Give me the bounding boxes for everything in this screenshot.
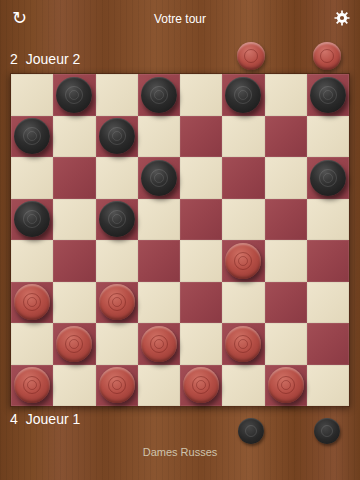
red-piece[interactable] <box>225 326 261 362</box>
red-piece[interactable] <box>14 367 50 403</box>
board <box>10 73 350 407</box>
square-r7c3 <box>96 323 138 365</box>
square-r3c5 <box>180 157 222 199</box>
square-r1c1 <box>11 74 53 116</box>
gear-icon-glyph <box>334 10 350 26</box>
square-r6c1[interactable] <box>11 282 53 324</box>
black-piece[interactable] <box>56 77 92 113</box>
red-piece[interactable] <box>225 243 261 279</box>
turn-status: Votre tour <box>0 12 360 26</box>
player1-name: Joueur 1 <box>26 411 80 427</box>
square-r7c2[interactable] <box>53 323 95 365</box>
black-piece[interactable] <box>310 77 346 113</box>
gear-icon[interactable] <box>334 10 350 26</box>
player2-name: Joueur 2 <box>26 51 80 67</box>
variant-label: Dames Russes <box>0 446 360 458</box>
square-r5c3 <box>96 240 138 282</box>
red-piece[interactable] <box>141 326 177 362</box>
square-r6c4 <box>138 282 180 324</box>
square-r7c4[interactable] <box>138 323 180 365</box>
player2-label: 2Joueur 2 <box>10 51 80 67</box>
red-piece[interactable] <box>99 284 135 320</box>
captured-black-piece <box>238 418 264 444</box>
black-piece[interactable] <box>225 77 261 113</box>
square-r5c5 <box>180 240 222 282</box>
square-r2c8 <box>307 116 349 158</box>
square-r4c2 <box>53 199 95 241</box>
square-r8c3[interactable] <box>96 365 138 407</box>
square-r4c5[interactable] <box>180 199 222 241</box>
square-r3c3 <box>96 157 138 199</box>
square-r5c2[interactable] <box>53 240 95 282</box>
red-piece[interactable] <box>268 367 304 403</box>
captured-black-tray <box>238 418 340 444</box>
square-r1c3 <box>96 74 138 116</box>
square-r4c8 <box>307 199 349 241</box>
square-r3c8[interactable] <box>307 157 349 199</box>
square-r2c2 <box>53 116 95 158</box>
square-r1c8[interactable] <box>307 74 349 116</box>
square-r8c1[interactable] <box>11 365 53 407</box>
square-r3c7 <box>265 157 307 199</box>
square-r1c2[interactable] <box>53 74 95 116</box>
square-r7c7 <box>265 323 307 365</box>
player1-score: 4 <box>10 411 18 427</box>
square-r4c1[interactable] <box>11 199 53 241</box>
square-r4c6 <box>222 199 264 241</box>
square-r3c2[interactable] <box>53 157 95 199</box>
red-piece[interactable] <box>14 284 50 320</box>
black-piece[interactable] <box>99 118 135 154</box>
square-r8c5[interactable] <box>180 365 222 407</box>
black-piece[interactable] <box>14 118 50 154</box>
square-r1c6[interactable] <box>222 74 264 116</box>
square-r7c6[interactable] <box>222 323 264 365</box>
player2-score: 2 <box>10 51 18 67</box>
square-r8c6 <box>222 365 264 407</box>
square-r5c1 <box>11 240 53 282</box>
square-r5c4[interactable] <box>138 240 180 282</box>
square-r5c6[interactable] <box>222 240 264 282</box>
black-piece[interactable] <box>141 77 177 113</box>
square-r6c6 <box>222 282 264 324</box>
square-r3c4[interactable] <box>138 157 180 199</box>
square-r3c1 <box>11 157 53 199</box>
black-piece[interactable] <box>141 160 177 196</box>
square-r6c7[interactable] <box>265 282 307 324</box>
square-r8c8 <box>307 365 349 407</box>
player1-label: 4Joueur 1 <box>10 411 80 427</box>
app-screen: ↻ Votre tour 2Joueur 2 4Joueur 1 Dames R… <box>0 0 360 480</box>
black-piece[interactable] <box>310 160 346 196</box>
square-r1c7 <box>265 74 307 116</box>
square-r8c2 <box>53 365 95 407</box>
red-piece[interactable] <box>56 326 92 362</box>
square-r3c6[interactable] <box>222 157 264 199</box>
square-r7c1 <box>11 323 53 365</box>
square-r2c1[interactable] <box>11 116 53 158</box>
square-r6c3[interactable] <box>96 282 138 324</box>
square-r1c5 <box>180 74 222 116</box>
captured-red-tray <box>237 42 341 70</box>
black-piece[interactable] <box>14 201 50 237</box>
red-piece[interactable] <box>99 367 135 403</box>
red-piece[interactable] <box>183 367 219 403</box>
captured-black-piece <box>314 418 340 444</box>
square-r6c8 <box>307 282 349 324</box>
square-r4c4 <box>138 199 180 241</box>
square-r2c3[interactable] <box>96 116 138 158</box>
square-r7c5 <box>180 323 222 365</box>
black-piece[interactable] <box>99 201 135 237</box>
captured-red-piece <box>237 42 265 70</box>
square-r4c3[interactable] <box>96 199 138 241</box>
square-r1c4[interactable] <box>138 74 180 116</box>
square-r7c8[interactable] <box>307 323 349 365</box>
captured-red-piece <box>313 42 341 70</box>
square-r2c6 <box>222 116 264 158</box>
square-r2c7[interactable] <box>265 116 307 158</box>
square-r2c5[interactable] <box>180 116 222 158</box>
square-r6c5[interactable] <box>180 282 222 324</box>
square-r4c7[interactable] <box>265 199 307 241</box>
square-r5c7 <box>265 240 307 282</box>
square-r6c2 <box>53 282 95 324</box>
square-r2c4 <box>138 116 180 158</box>
square-r8c7[interactable] <box>265 365 307 407</box>
square-r8c4 <box>138 365 180 407</box>
square-r5c8[interactable] <box>307 240 349 282</box>
